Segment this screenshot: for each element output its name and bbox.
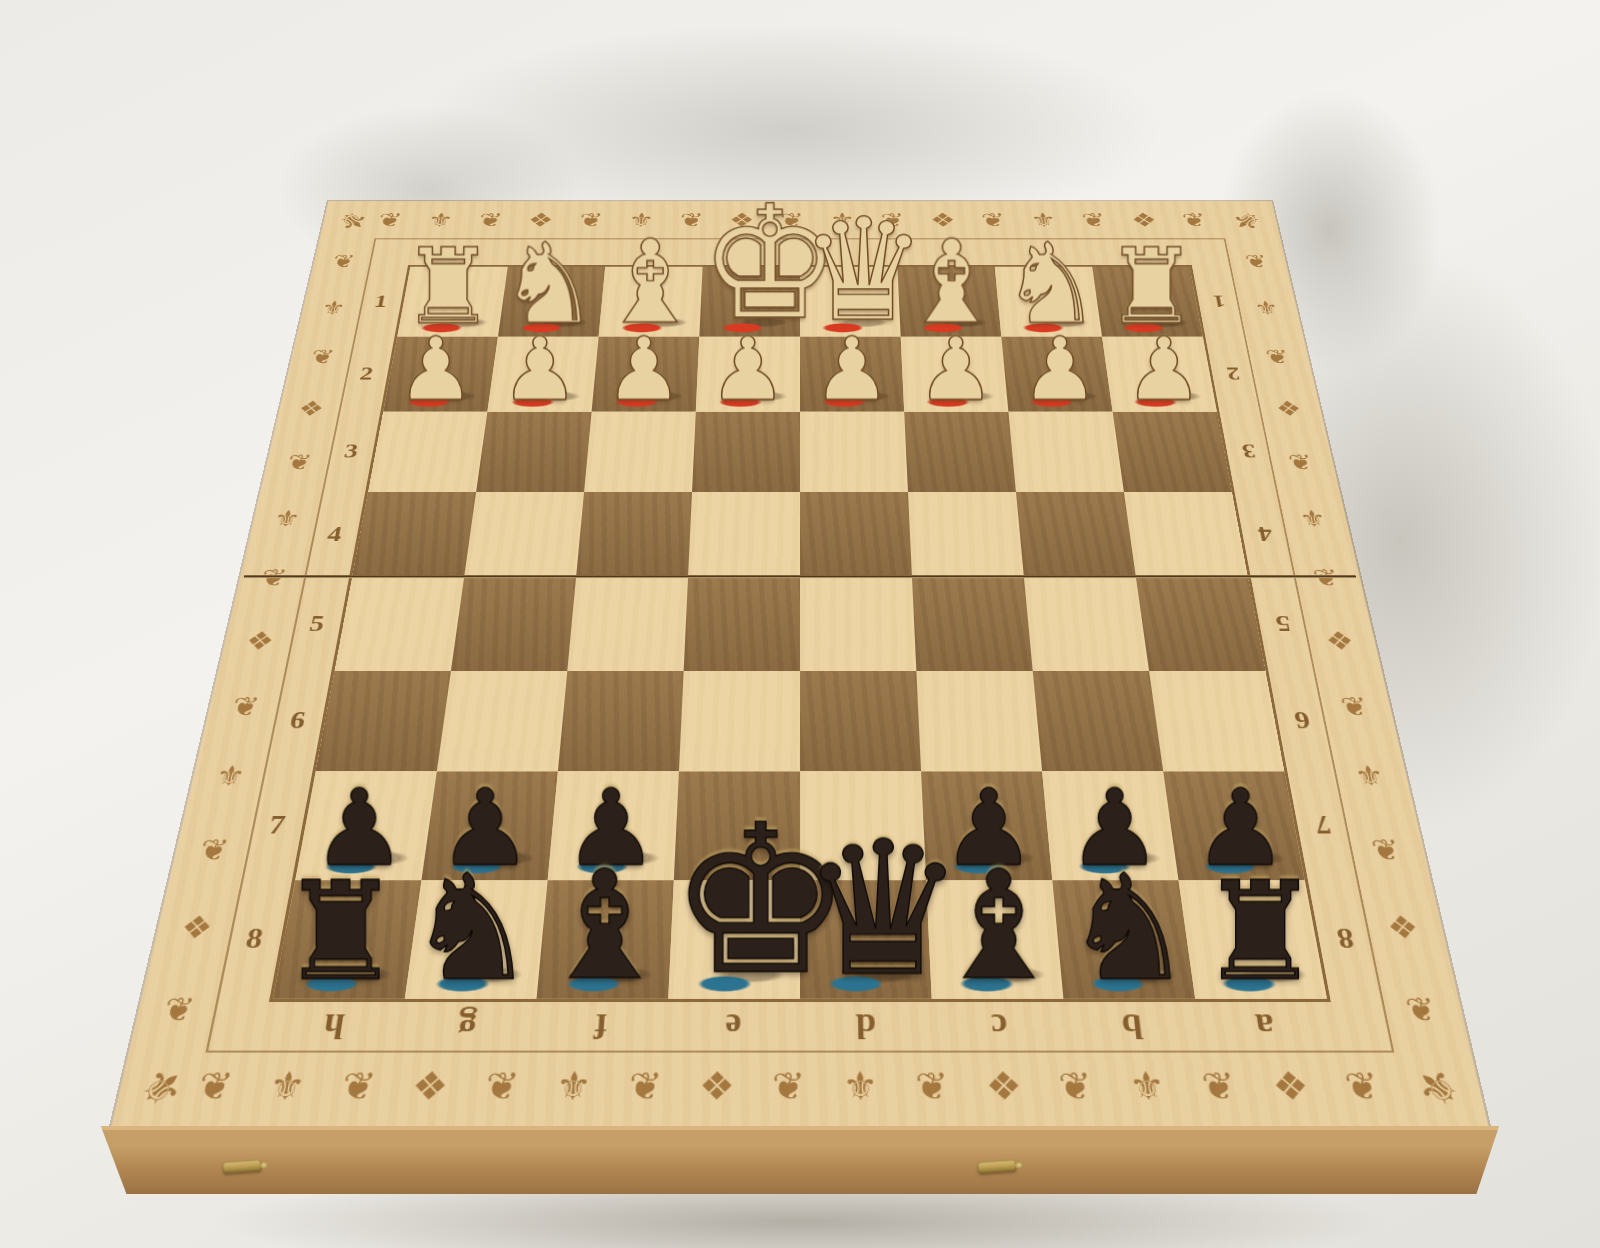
box-front-edge	[88, 1126, 1512, 1194]
square-c6[interactable]	[916, 671, 1042, 771]
square-f2[interactable]: ♟	[592, 337, 700, 412]
coordinate-label-e: e	[666, 1000, 800, 1052]
piece-black-knight[interactable]: ♞	[1063, 861, 1194, 995]
square-h4[interactable]	[352, 492, 476, 578]
square-h2[interactable]: ♟	[383, 337, 498, 412]
square-a2[interactable]: ♟	[1102, 337, 1217, 412]
piece-white-pawn[interactable]: ♟	[696, 329, 800, 409]
piece-black-bishop[interactable]: ♝	[537, 857, 668, 995]
scrollwork-ornament-icon: ❖	[1384, 909, 1423, 946]
scrollwork-ornament-icon: ❦	[309, 345, 337, 368]
square-d5[interactable]	[800, 578, 916, 671]
scrollwork-ornament-icon: ❦	[285, 449, 314, 474]
piece-black-knight[interactable]: ♞	[406, 861, 537, 995]
scrollwork-ornament-icon: ❦	[331, 250, 357, 271]
chessboard: ❦ ⚜ ❦ ❖ ❦ ⚜ ❦ ❖ ❦ ⚜ ❦ ❖ ❦ ⚜ ❦ ❖ ❦ ⚜ ❦ ❖ …	[111, 201, 1489, 1128]
square-d2[interactable]: ♟	[800, 337, 904, 412]
scrollwork-ornament-icon: ❖	[178, 909, 217, 946]
scrollwork-ornament-icon: ❦	[160, 990, 198, 1029]
square-h8[interactable]: ♜	[273, 880, 421, 999]
square-g8[interactable]: ♞	[405, 880, 548, 999]
scrollwork-ornament-icon: ❦	[229, 691, 262, 722]
square-b5[interactable]	[1024, 578, 1149, 671]
square-g5[interactable]	[451, 578, 576, 671]
square-g2[interactable]: ♟	[487, 337, 598, 412]
file-labels-bottom: hgfedcba	[263, 1000, 1337, 1052]
ornament-border-bottom: ❦ ⚜ ❦ ❖ ❦ ⚜ ❦ ❖ ❦ ⚜ ❦ ❖ ❦ ⚜ ❦ ❖ ❦ ⚜ ❦ ❖ …	[191, 1053, 1410, 1124]
scrollwork-ornament-icon: ❦	[1338, 691, 1371, 722]
square-a5[interactable]	[1136, 578, 1265, 671]
scrollwork-ornament-icon: ❦	[1402, 990, 1440, 1029]
square-c8[interactable]: ♝	[926, 880, 1063, 999]
scrollwork-ornament-icon: ❖	[1323, 626, 1357, 655]
coordinate-label-h: h	[263, 1000, 404, 1052]
scrollwork-ornament-icon: ❖	[1274, 396, 1304, 420]
square-d8[interactable]: ♛	[800, 880, 932, 999]
square-c3[interactable]	[904, 412, 1016, 492]
square-d4[interactable]	[800, 492, 912, 578]
square-f5[interactable]	[567, 578, 688, 671]
board-grid: ♜♞♝♚♛♝♞♜♟♟♟♟♟♟♟♟♟♟♟♟♟♟♜♞♝♚♛♝♞♜	[273, 267, 1327, 999]
coordinate-label-c: c	[932, 1000, 1069, 1052]
square-b3[interactable]	[1008, 412, 1123, 492]
piece-black-queen[interactable]: ♛	[800, 824, 931, 994]
square-a8[interactable]: ♜	[1179, 880, 1327, 999]
square-a6[interactable]	[1149, 671, 1284, 771]
square-f4[interactable]	[576, 492, 692, 578]
square-e4[interactable]	[688, 492, 800, 578]
coordinate-label-b: b	[1064, 1000, 1203, 1052]
square-b6[interactable]	[1033, 671, 1163, 771]
corner-ornament-bottom-right: ⚜	[1387, 1039, 1490, 1139]
scrollwork-ornament-icon: ⚜	[1352, 760, 1388, 793]
piece-white-queen[interactable]: ♛	[800, 205, 900, 335]
piece-black-rook[interactable]: ♜	[275, 869, 406, 994]
piece-white-pawn[interactable]: ♟	[592, 329, 696, 409]
square-f6[interactable]	[558, 671, 684, 771]
piece-white-pawn[interactable]: ♟	[1008, 329, 1112, 409]
square-g4[interactable]	[464, 492, 584, 578]
scrollwork-ornament-icon: ❦	[1243, 250, 1269, 271]
square-h6[interactable]	[316, 671, 451, 771]
square-h3[interactable]	[368, 412, 487, 492]
brass-latch-right	[978, 1160, 1017, 1174]
square-g3[interactable]	[476, 412, 591, 492]
square-b8[interactable]: ♞	[1052, 880, 1195, 999]
scrollwork-ornament-icon: ⚜	[212, 760, 248, 793]
square-d3[interactable]	[800, 412, 908, 492]
coordinate-label-g: g	[397, 1000, 536, 1052]
square-h5[interactable]	[335, 578, 464, 671]
square-c2[interactable]: ♟	[901, 337, 1009, 412]
square-a3[interactable]	[1113, 412, 1232, 492]
square-f3[interactable]	[584, 412, 696, 492]
square-b4[interactable]	[1016, 492, 1136, 578]
chessboard-scene: ❦ ⚜ ❦ ❖ ❦ ⚜ ❦ ❖ ❦ ⚜ ❦ ❖ ❦ ⚜ ❦ ❖ ❦ ⚜ ❦ ❖ …	[240, 18, 1360, 1138]
brass-latch-left	[223, 1160, 262, 1174]
piece-white-pawn[interactable]: ♟	[488, 329, 592, 409]
scrollwork-ornament-icon: ❦	[196, 832, 232, 867]
piece-white-king[interactable]: ♚	[700, 191, 800, 335]
piece-black-bishop[interactable]: ♝	[931, 857, 1062, 995]
piece-white-pawn[interactable]: ♟	[384, 329, 488, 409]
square-g6[interactable]	[437, 671, 567, 771]
piece-white-pawn[interactable]: ♟	[1112, 329, 1216, 409]
square-b2[interactable]: ♟	[1001, 337, 1112, 412]
square-c5[interactable]	[912, 578, 1033, 671]
piece-black-rook[interactable]: ♜	[1194, 869, 1325, 994]
corner-ornament-bottom-left: ⚜	[110, 1039, 213, 1139]
square-c4[interactable]	[908, 492, 1024, 578]
piece-white-pawn[interactable]: ♟	[800, 329, 904, 409]
coordinate-label-f: f	[532, 1000, 669, 1052]
square-e3[interactable]	[692, 412, 800, 492]
scrollwork-ornament-icon: ❖	[243, 626, 277, 655]
fold-seam	[243, 575, 1357, 580]
scrollwork-ornament-icon: ⚜	[271, 505, 303, 532]
coordinate-label-a: a	[1195, 1000, 1336, 1052]
scrollwork-ornament-icon: ⚜	[319, 297, 348, 319]
scrollwork-ornament-icon: ❖	[296, 396, 326, 420]
square-e6[interactable]	[679, 671, 800, 771]
piece-white-pawn[interactable]: ♟	[904, 329, 1008, 409]
scrollwork-ornament-icon: ⚜	[1297, 505, 1329, 532]
scrollwork-ornament-icon: ⚜	[1252, 297, 1281, 319]
coordinate-label-d: d	[800, 1000, 934, 1052]
square-d6[interactable]	[800, 671, 921, 771]
square-e5[interactable]	[684, 578, 800, 671]
square-f8[interactable]: ♝	[537, 880, 674, 999]
square-e8[interactable]: ♚	[668, 880, 800, 999]
scrollwork-ornament-icon: ❦	[1286, 449, 1315, 474]
scrollwork-ornament-icon: ❦	[1368, 832, 1404, 867]
square-e2[interactable]: ♟	[696, 337, 800, 412]
square-a4[interactable]	[1124, 492, 1248, 578]
scrollwork-ornament-icon: ❦	[1263, 345, 1291, 368]
piece-black-king[interactable]: ♚	[669, 806, 800, 995]
